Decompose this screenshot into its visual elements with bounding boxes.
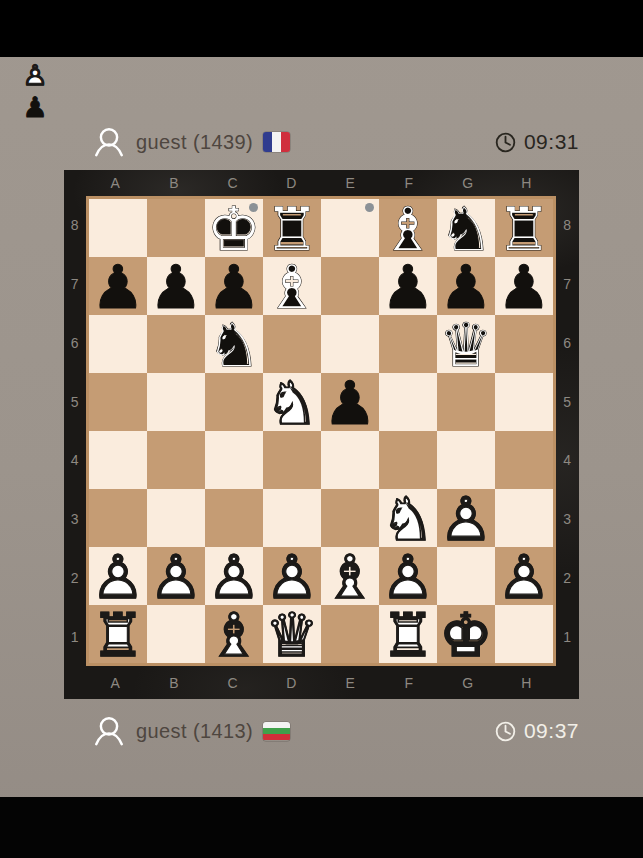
time-top: 09:31 [524, 130, 579, 154]
square-b4[interactable] [147, 431, 205, 489]
rank-label-5: 5 [64, 372, 86, 431]
square-h7[interactable]: ♟ [495, 257, 553, 315]
square-b6[interactable] [147, 315, 205, 373]
flag-stripe [263, 132, 272, 152]
flag-bulgaria-icon [263, 722, 290, 741]
piece-black-knight: ♞♘ [205, 315, 263, 373]
piece-detail-glyph: ♙ [22, 61, 48, 91]
square-b3[interactable] [147, 489, 205, 547]
piece-detail-glyph: ♙ [263, 548, 321, 606]
piece-detail-glyph: ♗ [263, 258, 321, 316]
player-name-bottom: guest (1413) [136, 720, 253, 743]
square-f5[interactable] [379, 373, 437, 431]
square-f8[interactable]: ♝♗ [379, 199, 437, 257]
square-f2[interactable]: ♟♙ [379, 547, 437, 605]
square-c1[interactable]: ♝♗ [205, 605, 263, 663]
captured-black-pawn-icon: ♟ [22, 92, 48, 122]
square-c5[interactable] [205, 373, 263, 431]
top-status-bar [0, 0, 643, 57]
rank-label-4: 4 [64, 431, 86, 490]
piece-white-knight: ♞♘ [379, 489, 437, 547]
piece-white-rook: ♜♖ [379, 605, 437, 663]
piece-detail-glyph: ♙ [147, 548, 205, 606]
piece-white-pawn: ♟♙ [263, 547, 321, 605]
square-g2[interactable] [437, 547, 495, 605]
flag-stripe [272, 132, 281, 152]
captured-white-pawn-icon: ♟♙ [22, 60, 48, 90]
piece-detail-glyph: ♕ [437, 316, 495, 374]
piece-white-bishop: ♝♗ [205, 605, 263, 663]
piece-detail-glyph: ♖ [89, 606, 147, 664]
file-label-F: F [380, 675, 439, 691]
square-e2[interactable]: ♝♗ [321, 547, 379, 605]
square-e7[interactable] [321, 257, 379, 315]
piece-glyph: ♟ [321, 374, 379, 432]
square-b8[interactable] [147, 199, 205, 257]
square-a5[interactable] [89, 373, 147, 431]
square-e3[interactable] [321, 489, 379, 547]
piece-detail-glyph: ♘ [379, 490, 437, 548]
square-b1[interactable] [147, 605, 205, 663]
piece-black-bishop: ♝♗ [379, 199, 437, 257]
rank-label-2: 2 [64, 549, 86, 608]
file-labels-top: ABCDEFGH [86, 170, 556, 196]
square-f1[interactable]: ♜♖ [379, 605, 437, 663]
piece-white-pawn: ♟♙ [437, 489, 495, 547]
piece-white-pawn: ♟♙ [379, 547, 437, 605]
square-g4[interactable] [437, 431, 495, 489]
piece-detail-glyph: ♙ [379, 548, 437, 606]
piece-black-pawn: ♟ [321, 373, 379, 431]
clock-bottom: 09:37 [494, 719, 579, 743]
piece-black-rook: ♜♖ [495, 199, 553, 257]
piece-white-knight: ♞♘ [263, 373, 321, 431]
rank-label-5: 5 [556, 372, 579, 431]
piece-detail-glyph: ♗ [205, 606, 263, 664]
piece-black-pawn: ♟ [437, 257, 495, 315]
file-label-C: C [204, 675, 263, 691]
last-move-dot [365, 203, 374, 212]
piece-black-pawn: ♟ [495, 257, 553, 315]
rank-label-7: 7 [556, 255, 579, 314]
rank-label-2: 2 [556, 549, 579, 608]
square-d3[interactable] [263, 489, 321, 547]
file-label-H: H [497, 175, 556, 191]
avatar-icon [92, 714, 126, 748]
piece-black-rook: ♜♖ [263, 199, 321, 257]
piece-black-pawn: ♟ [147, 257, 205, 315]
rank-label-1: 1 [556, 607, 579, 666]
file-label-E: E [321, 175, 380, 191]
rank-label-8: 8 [556, 196, 579, 255]
file-label-C: C [204, 175, 263, 191]
square-h3[interactable] [495, 489, 553, 547]
square-a8[interactable] [89, 199, 147, 257]
square-c4[interactable] [205, 431, 263, 489]
square-h5[interactable] [495, 373, 553, 431]
bottom-bar [0, 797, 643, 858]
piece-detail-glyph: ♘ [263, 374, 321, 432]
file-label-G: G [439, 175, 498, 191]
piece-detail-glyph: ♙ [89, 548, 147, 606]
file-label-B: B [145, 175, 204, 191]
app-screen: ♟♙♟ guest (1439) 09:31 ABCDEFGH ABCDEFGH… [0, 0, 643, 858]
piece-detail-glyph: ♖ [379, 606, 437, 664]
piece-detail-glyph: ♕ [263, 606, 321, 664]
piece-black-knight: ♞♘ [437, 199, 495, 257]
file-labels-bottom: ABCDEFGH [86, 666, 556, 699]
rank-label-6: 6 [64, 314, 86, 373]
board-edge: ♚♔♜♖♝♗♞♘♜♖♟♟♟♝♗♟♟♟♞♘♛♕♞♘♟♞♘♟♙♟♙♟♙♟♙♟♙♝♗♟… [86, 196, 556, 666]
square-b7[interactable]: ♟ [147, 257, 205, 315]
flag-stripe [263, 734, 290, 740]
square-f4[interactable] [379, 431, 437, 489]
square-h6[interactable] [495, 315, 553, 373]
flag-france-icon [263, 132, 290, 152]
square-c2[interactable]: ♟♙ [205, 547, 263, 605]
square-c8[interactable]: ♚♔ [205, 199, 263, 257]
square-b2[interactable]: ♟♙ [147, 547, 205, 605]
square-h2[interactable]: ♟♙ [495, 547, 553, 605]
square-a2[interactable]: ♟♙ [89, 547, 147, 605]
file-label-E: E [321, 675, 380, 691]
square-a6[interactable] [89, 315, 147, 373]
square-a7[interactable]: ♟ [89, 257, 147, 315]
piece-detail-glyph: ♙ [437, 490, 495, 548]
piece-white-pawn: ♟♙ [205, 547, 263, 605]
square-d5[interactable]: ♞♘ [263, 373, 321, 431]
piece-detail-glyph: ♘ [437, 200, 495, 258]
square-d6[interactable] [263, 315, 321, 373]
square-h1[interactable] [495, 605, 553, 663]
piece-detail-glyph: ♖ [495, 200, 553, 258]
file-label-D: D [262, 675, 321, 691]
piece-glyph: ♟ [379, 258, 437, 316]
rank-labels-left: 87654321 [64, 196, 86, 666]
file-label-A: A [86, 675, 145, 691]
piece-white-pawn: ♟♙ [147, 547, 205, 605]
square-c6[interactable]: ♞♘ [205, 315, 263, 373]
piece-detail-glyph: ♖ [263, 200, 321, 258]
square-d8[interactable]: ♜♖ [263, 199, 321, 257]
square-d1[interactable]: ♛♕ [263, 605, 321, 663]
piece-black-pawn: ♟ [89, 257, 147, 315]
piece-detail-glyph: ♙ [495, 548, 553, 606]
square-e4[interactable] [321, 431, 379, 489]
rank-label-3: 3 [556, 490, 579, 549]
square-f7[interactable]: ♟ [379, 257, 437, 315]
rank-label-7: 7 [64, 255, 86, 314]
piece-detail-glyph: ♙ [205, 548, 263, 606]
piece-black-pawn: ♟ [205, 257, 263, 315]
piece-glyph: ♟ [437, 258, 495, 316]
file-label-A: A [86, 175, 145, 191]
square-g3[interactable]: ♟♙ [437, 489, 495, 547]
square-d2[interactable]: ♟♙ [263, 547, 321, 605]
piece-detail-glyph: ♗ [379, 200, 437, 258]
square-g6[interactable]: ♛♕ [437, 315, 495, 373]
square-a4[interactable] [89, 431, 147, 489]
square-f6[interactable] [379, 315, 437, 373]
captured-pieces-tray: ♟♙♟ [22, 60, 48, 122]
square-g7[interactable]: ♟ [437, 257, 495, 315]
file-label-B: B [145, 675, 204, 691]
flag-stripe [281, 132, 290, 152]
player-row-top: guest (1439) 09:31 [92, 122, 579, 162]
square-g5[interactable] [437, 373, 495, 431]
square-f3[interactable]: ♞♘ [379, 489, 437, 547]
piece-detail-glyph: ♗ [321, 548, 379, 606]
square-e8[interactable] [321, 199, 379, 257]
piece-black-queen: ♛♕ [437, 315, 495, 373]
chess-board: ♚♔♜♖♝♗♞♘♜♖♟♟♟♝♗♟♟♟♞♘♛♕♞♘♟♞♘♟♙♟♙♟♙♟♙♟♙♝♗♟… [89, 199, 553, 663]
clock-icon [494, 131, 517, 154]
square-e5[interactable]: ♟ [321, 373, 379, 431]
piece-glyph: ♟ [89, 258, 147, 316]
rank-label-6: 6 [556, 314, 579, 373]
square-e6[interactable] [321, 315, 379, 373]
square-a1[interactable]: ♜♖ [89, 605, 147, 663]
rank-label-3: 3 [64, 490, 86, 549]
piece-glyph: ♟ [22, 93, 48, 123]
square-g8[interactable]: ♞♘ [437, 199, 495, 257]
piece-white-pawn: ♟♙ [495, 547, 553, 605]
square-d7[interactable]: ♝♗ [263, 257, 321, 315]
last-move-dot [249, 203, 258, 212]
piece-detail-glyph: ♔ [437, 606, 495, 664]
square-d4[interactable] [263, 431, 321, 489]
chess-board-frame: ABCDEFGH ABCDEFGH 87654321 87654321 ♚♔♜♖… [64, 170, 579, 699]
clock-icon [494, 720, 517, 743]
time-bottom: 09:37 [524, 719, 579, 743]
piece-black-bishop: ♝♗ [263, 257, 321, 315]
piece-white-pawn: ♟♙ [89, 547, 147, 605]
piece-white-rook: ♜♖ [89, 605, 147, 663]
file-label-D: D [262, 175, 321, 191]
square-b5[interactable] [147, 373, 205, 431]
avatar-icon [92, 125, 126, 159]
square-h4[interactable] [495, 431, 553, 489]
piece-white-pawn: ♟♙ [22, 60, 48, 90]
piece-detail-glyph: ♘ [205, 316, 263, 374]
square-a3[interactable] [89, 489, 147, 547]
piece-white-queen: ♛♕ [263, 605, 321, 663]
player-row-bottom: guest (1413) 09:37 [92, 711, 579, 751]
piece-black-pawn: ♟ [22, 92, 48, 122]
file-label-H: H [497, 675, 556, 691]
rank-labels-right: 87654321 [556, 196, 579, 666]
piece-white-king: ♚♔ [437, 605, 495, 663]
player-name-top: guest (1439) [136, 131, 253, 154]
piece-glyph: ♟ [205, 258, 263, 316]
rank-label-1: 1 [64, 607, 86, 666]
square-g1[interactable]: ♚♔ [437, 605, 495, 663]
square-c3[interactable] [205, 489, 263, 547]
file-label-F: F [380, 175, 439, 191]
piece-white-bishop: ♝♗ [321, 547, 379, 605]
square-c7[interactable]: ♟ [205, 257, 263, 315]
rank-label-4: 4 [556, 431, 579, 490]
piece-glyph: ♟ [495, 258, 553, 316]
file-label-G: G [439, 675, 498, 691]
square-e1[interactable] [321, 605, 379, 663]
piece-black-pawn: ♟ [379, 257, 437, 315]
rank-label-8: 8 [64, 196, 86, 255]
clock-top: 09:31 [494, 130, 579, 154]
piece-glyph: ♟ [147, 258, 205, 316]
square-h8[interactable]: ♜♖ [495, 199, 553, 257]
